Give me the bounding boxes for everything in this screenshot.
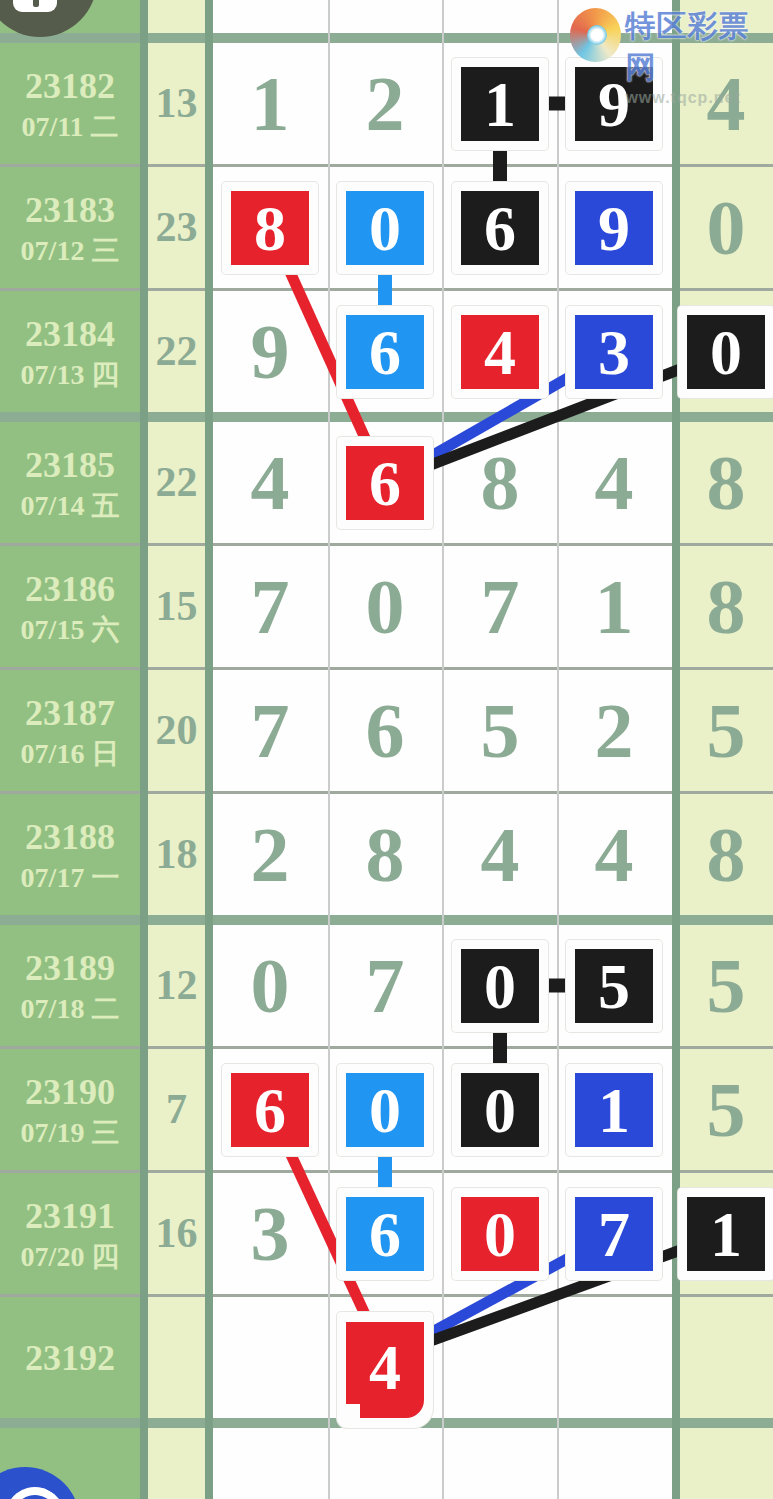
marked-digit-box: 8	[222, 182, 318, 274]
marked-digit-box: 6	[452, 182, 548, 274]
marked-digit-box: 0	[452, 1188, 548, 1280]
marked-digit: 7	[575, 1197, 653, 1271]
marked-digit-box: 0	[678, 306, 773, 398]
marked-digit: 1	[575, 1073, 653, 1147]
marked-digit: 0	[461, 1197, 539, 1271]
marked-digit-box: 0	[337, 1064, 433, 1156]
marked-digit: 5	[575, 949, 653, 1023]
marked-digit: 6	[346, 446, 424, 520]
site-logo: 特区彩票网 www.tqcp.net	[570, 6, 773, 107]
marked-digit: 3	[575, 315, 653, 389]
marked-digit-box: 5	[566, 940, 662, 1032]
marked-digit-box: 6	[337, 437, 433, 529]
marked-digit-box: 7	[566, 1188, 662, 1280]
lottery-trend-chart: 2318207/11 二131242318307/12 三2302318407/…	[0, 0, 773, 1499]
marked-digit: 6	[231, 1073, 309, 1147]
marked-digit: 6	[346, 1197, 424, 1271]
marked-digit: 0	[346, 1073, 424, 1147]
marked-digit: 6	[461, 191, 539, 265]
marked-digit: 0	[461, 1073, 539, 1147]
marked-digit-box: 4	[337, 1312, 433, 1428]
marked-digit-box: 4	[452, 306, 548, 398]
marked-digit-box: 6	[337, 1188, 433, 1280]
marked-digit: 9	[575, 191, 653, 265]
marked-digit: 0	[687, 315, 765, 389]
marked-digit: 8	[231, 191, 309, 265]
site-url-watermark: www.tqcp.net	[625, 89, 773, 107]
tag-notch	[346, 1404, 360, 1418]
marked-digit-box: 3	[566, 306, 662, 398]
trend-line	[385, 352, 726, 483]
marked-digit-box: 0	[452, 940, 548, 1032]
site-name: 特区彩票网	[625, 6, 773, 88]
marked-digit: 4	[346, 1322, 424, 1418]
top-button-icon-bar	[33, 0, 39, 7]
marked-digit-box: 9	[566, 182, 662, 274]
marked-digit-box: 1	[678, 1188, 773, 1280]
marked-digit-box: 6	[337, 306, 433, 398]
marked-digit-box: 6	[222, 1064, 318, 1156]
trend-line	[385, 1234, 726, 1358]
marked-digit-box: 0	[337, 182, 433, 274]
marked-digit: 4	[461, 315, 539, 389]
marked-digit: 0	[346, 191, 424, 265]
marked-digit: 6	[346, 315, 424, 389]
logo-swirl-icon	[570, 8, 621, 62]
marked-digit: 1	[687, 1197, 765, 1271]
marked-digit: 0	[461, 949, 539, 1023]
marked-digit-box: 0	[452, 1064, 548, 1156]
marked-digit: 1	[461, 67, 539, 141]
marked-digit-box: 1	[452, 58, 548, 150]
marked-digit-box: 1	[566, 1064, 662, 1156]
